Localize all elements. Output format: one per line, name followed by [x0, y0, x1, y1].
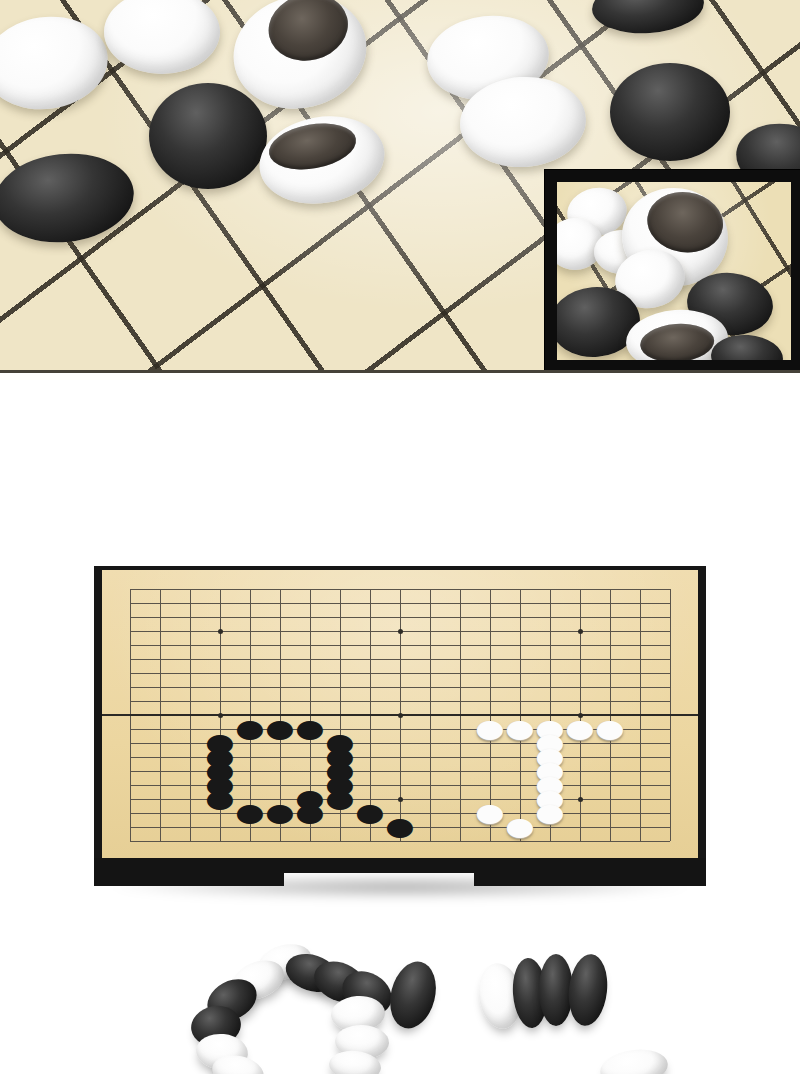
black-stone	[383, 957, 442, 1034]
product-image: ●●●●●●●●●●●●●●●●●●●●●●●●●●●●●●●●	[0, 0, 800, 1074]
white-stone	[598, 1045, 670, 1074]
bottom-photo-stones	[0, 0, 800, 1074]
black-stone	[565, 952, 610, 1028]
